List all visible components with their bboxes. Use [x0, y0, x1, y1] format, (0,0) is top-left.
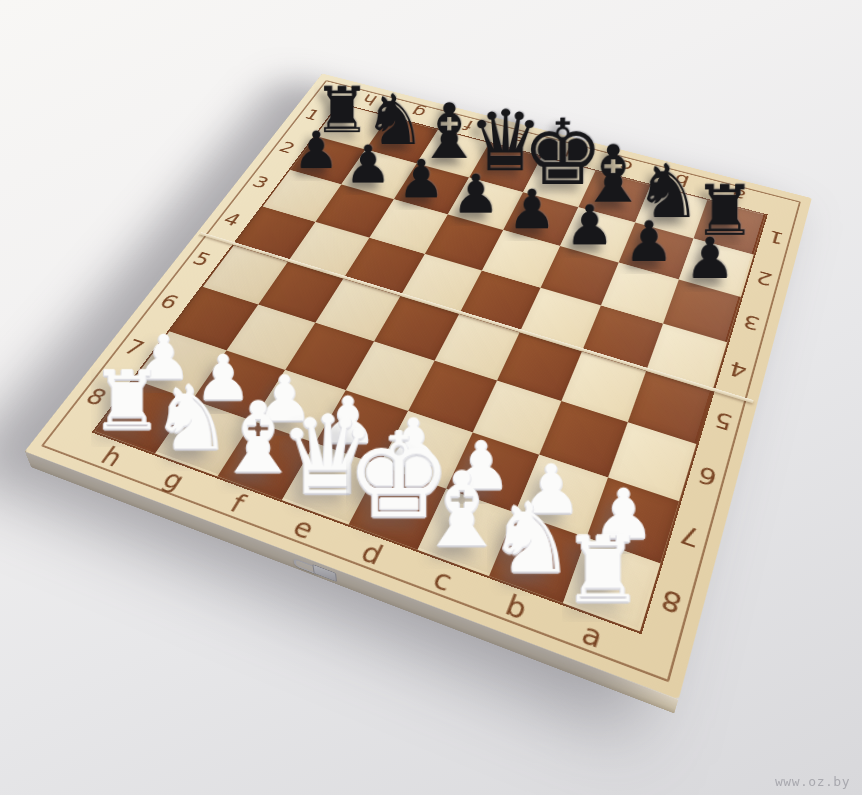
chess-board: hgfedcba hgfedcba 12345678 12345678 ♜♞♝♛…	[25, 74, 812, 700]
white-knight[interactable]: ♞	[151, 373, 223, 463]
black-pawn[interactable]: ♟	[392, 153, 451, 206]
black-pawn[interactable]: ♟	[339, 138, 397, 190]
white-king[interactable]: ♚	[346, 417, 422, 535]
black-pawn[interactable]: ♟	[288, 124, 345, 176]
black-pawn[interactable]: ♟	[502, 182, 562, 236]
black-pawn[interactable]: ♟	[679, 230, 742, 287]
white-bishop[interactable]: ♝	[415, 457, 492, 560]
photo-stage: hgfedcba hgfedcba 12345678 12345678 ♜♞♝♛…	[0, 0, 862, 795]
white-rook[interactable]: ♜	[562, 523, 642, 615]
white-knight[interactable]: ♞	[487, 490, 565, 588]
scene: hgfedcba hgfedcba 12345678 12345678 ♜♞♝♛…	[0, 0, 862, 795]
black-pawn[interactable]: ♟	[446, 167, 505, 221]
white-bishop[interactable]: ♝	[214, 388, 287, 486]
black-pawn[interactable]: ♟	[618, 214, 680, 270]
black-pawn[interactable]: ♟	[559, 198, 620, 253]
watermark: www.oz.by	[775, 774, 850, 789]
white-queen[interactable]: ♛	[279, 401, 353, 510]
